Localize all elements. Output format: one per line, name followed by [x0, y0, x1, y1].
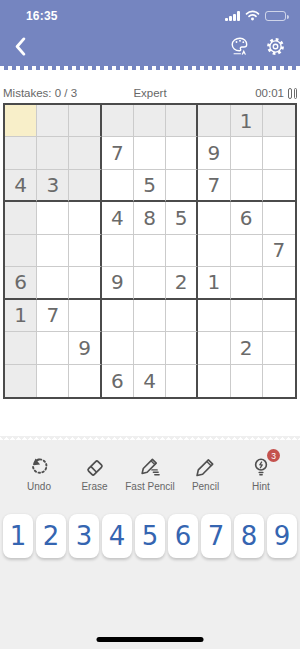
fast-pencil-button[interactable]: Fast Pencil: [123, 455, 177, 492]
cell-r3c3[interactable]: [69, 170, 101, 202]
numpad-key-9[interactable]: 9: [267, 514, 297, 558]
cell-r7c7[interactable]: [198, 300, 230, 332]
back-button[interactable]: [12, 35, 28, 58]
cell-r8c3[interactable]: 9: [69, 332, 101, 364]
toolbar: Undo Erase: [0, 440, 300, 492]
numpad-key-1[interactable]: 1: [3, 514, 33, 558]
mistakes-counter: Mistakes: 0 / 3: [3, 87, 101, 99]
difficulty-label: Expert: [101, 87, 199, 99]
cell-r2c7[interactable]: 9: [198, 137, 230, 169]
cell-r7c8[interactable]: [231, 300, 263, 332]
sudoku-app: 16:35: [0, 0, 300, 649]
cell-r6c6[interactable]: 2: [166, 267, 198, 299]
cell-r9c6[interactable]: [166, 365, 198, 397]
cell-r7c3[interactable]: [69, 300, 101, 332]
cell-r8c1[interactable]: [5, 332, 37, 364]
numpad-key-5[interactable]: 5: [135, 514, 165, 558]
cell-r9c7[interactable]: [198, 365, 230, 397]
cell-r2c5[interactable]: [134, 137, 166, 169]
cell-r7c5[interactable]: [134, 300, 166, 332]
cell-r6c8[interactable]: [231, 267, 263, 299]
cell-r7c9[interactable]: [263, 300, 295, 332]
game-info-bar: Mistakes: 0 / 3 Expert 00:01: [0, 85, 300, 101]
cell-r6c9[interactable]: [263, 267, 295, 299]
status-bar: 16:35: [0, 0, 300, 25]
control-panel: Undo Erase: [0, 440, 300, 649]
cell-r1c5[interactable]: [134, 105, 166, 137]
cell-r4c5[interactable]: 8: [134, 202, 166, 234]
fast-pencil-icon: [138, 455, 162, 479]
erase-label: Erase: [81, 481, 107, 492]
cell-r5c4[interactable]: [102, 235, 134, 267]
pencil-icon: [194, 455, 217, 479]
cell-r1c1[interactable]: [5, 105, 37, 137]
cell-r6c4[interactable]: 9: [102, 267, 134, 299]
cell-r6c5[interactable]: [134, 267, 166, 299]
numpad-key-2[interactable]: 2: [36, 514, 66, 558]
board-area: 1794357485676921179264: [0, 103, 300, 399]
cell-r2c2[interactable]: [37, 137, 69, 169]
cell-r9c2[interactable]: [37, 365, 69, 397]
numpad-key-6[interactable]: 6: [168, 514, 198, 558]
cell-r8c6[interactable]: [166, 332, 198, 364]
battery-icon: [265, 11, 286, 21]
status-icons: [225, 7, 286, 25]
cell-r1c6[interactable]: [166, 105, 198, 137]
cell-r5c7[interactable]: [198, 235, 230, 267]
fast-pencil-label: Fast Pencil: [125, 481, 174, 492]
cell-r4c7[interactable]: [198, 202, 230, 234]
status-time: 16:35: [26, 9, 58, 23]
pause-button[interactable]: [288, 88, 297, 99]
cell-r9c3[interactable]: [69, 365, 101, 397]
cell-r8c4[interactable]: [102, 332, 134, 364]
cell-r9c1[interactable]: [5, 365, 37, 397]
cell-r7c1[interactable]: 1: [5, 300, 37, 332]
cell-r9c9[interactable]: [263, 365, 295, 397]
cell-r3c9[interactable]: [263, 170, 295, 202]
cell-r5c5[interactable]: [134, 235, 166, 267]
cell-r5c9[interactable]: 7: [263, 235, 295, 267]
cell-r8c5[interactable]: [134, 332, 166, 364]
cell-r6c2[interactable]: [37, 267, 69, 299]
settings-button[interactable]: [263, 34, 288, 59]
erase-button[interactable]: Erase: [68, 455, 122, 492]
cell-r8c8[interactable]: 2: [231, 332, 263, 364]
hint-badge: 3: [267, 449, 280, 462]
cell-r8c7[interactable]: [198, 332, 230, 364]
cell-r5c6[interactable]: [166, 235, 198, 267]
cell-r4c4[interactable]: 4: [102, 202, 134, 234]
cell-r4c3[interactable]: [69, 202, 101, 234]
cell-r5c2[interactable]: [37, 235, 69, 267]
cell-r2c8[interactable]: [231, 137, 263, 169]
cell-r6c7[interactable]: 1: [198, 267, 230, 299]
cell-r1c4[interactable]: [102, 105, 134, 137]
cell-r8c9[interactable]: [263, 332, 295, 364]
cell-r9c4[interactable]: 6: [102, 365, 134, 397]
cell-r3c2[interactable]: 3: [37, 170, 69, 202]
cell-r7c2[interactable]: 7: [37, 300, 69, 332]
cell-r1c3[interactable]: [69, 105, 101, 137]
cell-r3c4[interactable]: [102, 170, 134, 202]
cell-r4c1[interactable]: [5, 202, 37, 234]
chevron-left-icon: [14, 44, 26, 59]
wifi-icon: [245, 7, 260, 25]
cell-r8c2[interactable]: [37, 332, 69, 364]
cell-r4c6[interactable]: 5: [166, 202, 198, 234]
cell-r3c8[interactable]: [231, 170, 263, 202]
header: 16:35: [0, 0, 300, 70]
cell-r2c3[interactable]: [69, 137, 101, 169]
nav-bar: [0, 25, 300, 59]
cell-r4c9[interactable]: [263, 202, 295, 234]
theme-button[interactable]: [227, 33, 253, 59]
eraser-icon: [83, 455, 106, 479]
cell-r5c1[interactable]: [5, 235, 37, 267]
cell-r2c1[interactable]: [5, 137, 37, 169]
cell-r5c8[interactable]: [231, 235, 263, 267]
cell-r7c6[interactable]: [166, 300, 198, 332]
cellular-signal-icon: [225, 11, 240, 21]
numpad-key-3[interactable]: 3: [69, 514, 99, 558]
cell-r2c6[interactable]: [166, 137, 198, 169]
cell-r9c5[interactable]: 4: [134, 365, 166, 397]
cell-r4c8[interactable]: 6: [231, 202, 263, 234]
cell-r4c2[interactable]: [37, 202, 69, 234]
cell-r9c8[interactable]: [231, 365, 263, 397]
cell-r6c3[interactable]: [69, 267, 101, 299]
cell-r2c4[interactable]: 7: [102, 137, 134, 169]
numpad-key-8[interactable]: 8: [234, 514, 264, 558]
undo-label: Undo: [27, 481, 51, 492]
undo-icon: [28, 455, 51, 479]
gear-icon: [265, 45, 286, 60]
cell-r5c3[interactable]: [69, 235, 101, 267]
cell-r3c7[interactable]: 7: [198, 170, 230, 202]
undo-button[interactable]: Undo: [12, 455, 66, 492]
home-indicator[interactable]: [97, 637, 204, 642]
numpad-key-7[interactable]: 7: [201, 514, 231, 558]
cell-r1c2[interactable]: [37, 105, 69, 137]
timer: 00:01: [255, 87, 284, 99]
cell-r1c7[interactable]: [198, 105, 230, 137]
cell-r1c9[interactable]: [263, 105, 295, 137]
cell-r6c1[interactable]: 6: [5, 267, 37, 299]
cell-r2c9[interactable]: [263, 137, 295, 169]
pencil-label: Pencil: [192, 481, 219, 492]
numpad: 123456789: [0, 514, 300, 558]
cell-r1c8[interactable]: 1: [231, 105, 263, 137]
sudoku-grid[interactable]: 1794357485676921179264: [3, 103, 297, 399]
pencil-button[interactable]: Pencil: [179, 455, 233, 492]
cell-r3c1[interactable]: 4: [5, 170, 37, 202]
hint-label: Hint: [252, 481, 270, 492]
cell-r7c4[interactable]: [102, 300, 134, 332]
hint-button[interactable]: 3 Hint: [234, 455, 288, 492]
cell-r3c6[interactable]: [166, 170, 198, 202]
palette-icon: [229, 45, 251, 60]
cell-r3c5[interactable]: 5: [134, 170, 166, 202]
numpad-key-4[interactable]: 4: [102, 514, 132, 558]
